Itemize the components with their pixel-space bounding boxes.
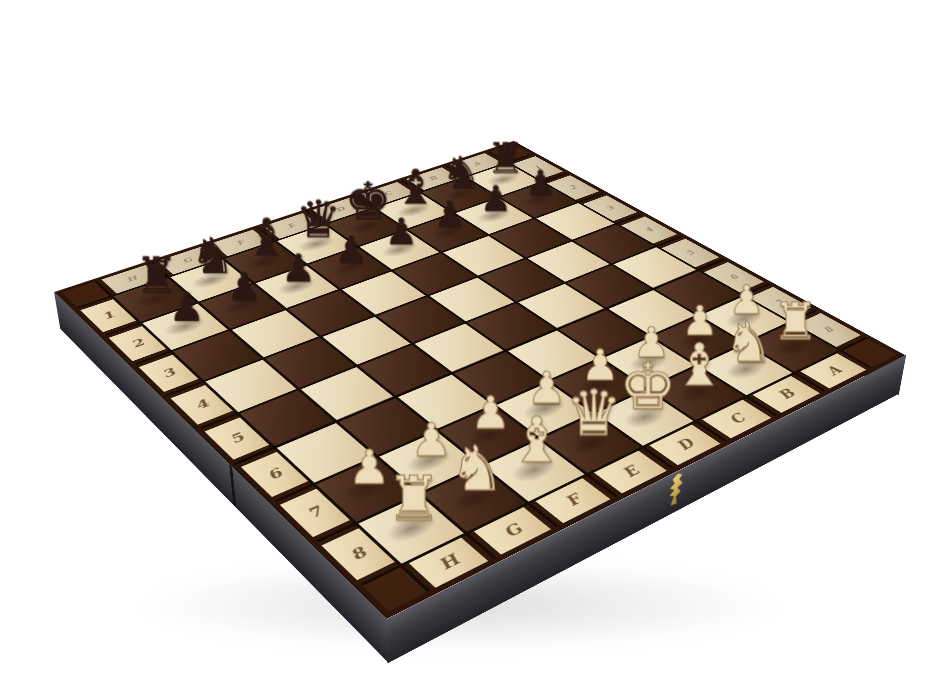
product-photo-scene: HGFEDCBA1122334455667788HGFEDCBA ♜♞♝♛♚♝♞… (0, 0, 930, 698)
chess-board: HGFEDCBA1122334455667788HGFEDCBA ♜♞♝♛♚♝♞… (54, 140, 905, 618)
brass-clasp-icon (665, 470, 684, 508)
piece-light-rook[interactable]: ♜ (375, 468, 451, 530)
piece-dark-pawn[interactable]: ♟ (155, 286, 217, 327)
